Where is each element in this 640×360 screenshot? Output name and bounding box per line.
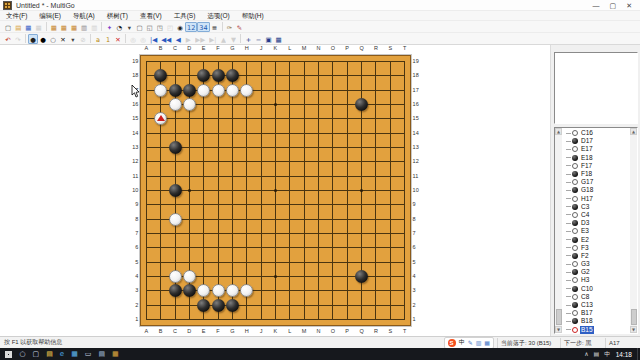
row-label: 6 bbox=[126, 244, 138, 251]
label-number-button[interactable]: 1 bbox=[103, 34, 113, 44]
tree-branch-line bbox=[566, 272, 571, 273]
star-point bbox=[274, 103, 277, 106]
grid-line bbox=[146, 305, 405, 306]
show-recent-numbers-button[interactable]: 34 bbox=[197, 22, 209, 32]
stone-black-E2[interactable] bbox=[197, 299, 210, 312]
grid-line bbox=[375, 61, 376, 320]
tree-branch-line bbox=[566, 165, 571, 166]
place-white-stone-button[interactable]: ○ bbox=[48, 34, 58, 44]
column-label: H bbox=[242, 45, 252, 52]
tray-icon[interactable]: ∧ bbox=[584, 350, 588, 359]
row-label: 4 bbox=[413, 273, 425, 280]
erase-stone-button[interactable]: ✕ bbox=[58, 34, 68, 44]
tree-branch-line bbox=[566, 190, 571, 191]
toolbar-separator bbox=[90, 34, 91, 43]
play-mode-button[interactable]: ● bbox=[28, 34, 38, 44]
tree-branch-line bbox=[566, 141, 571, 142]
column-label: D bbox=[184, 45, 194, 52]
column-label: K bbox=[270, 45, 280, 52]
scroll-up-icon[interactable]: ▲ bbox=[555, 128, 562, 135]
grid-line bbox=[146, 233, 405, 234]
tree-node-label: F17 bbox=[580, 162, 593, 170]
white-stone-icon bbox=[572, 294, 578, 300]
tree-branch-line bbox=[566, 182, 571, 183]
row-label: 5 bbox=[413, 259, 425, 266]
black-stone-icon bbox=[572, 187, 578, 193]
stone-white-C8[interactable] bbox=[169, 213, 182, 226]
tree-left-scrollbar[interactable]: ▲ ▼ bbox=[555, 128, 562, 333]
tree-node-B18[interactable]: B18 bbox=[563, 317, 631, 325]
scrollbar-thumb[interactable] bbox=[631, 309, 637, 325]
row-label: 19 bbox=[126, 58, 138, 65]
column-label: S bbox=[385, 45, 395, 52]
row-label: 17 bbox=[413, 87, 425, 94]
stone-white-F3[interactable] bbox=[212, 284, 225, 297]
taskbar-icon-task-view[interactable]: ▢ bbox=[33, 348, 40, 360]
view-bottom-half-button[interactable]: ◳ bbox=[155, 22, 165, 32]
game-info-button[interactable]: ✦ bbox=[104, 22, 114, 32]
stone-white-G17[interactable] bbox=[226, 84, 239, 97]
tree-branch-line bbox=[566, 214, 571, 215]
tree-node-label: E2 bbox=[580, 236, 590, 244]
tree-branch-line bbox=[566, 247, 571, 248]
column-label: A bbox=[141, 328, 151, 335]
board-small-button[interactable]: ▦ bbox=[49, 22, 59, 32]
stone-white-B17[interactable] bbox=[154, 84, 167, 97]
column-label: H bbox=[242, 328, 252, 335]
toolbar-standard: ▢▤▦▦▦▦▦▥▥✦◔▾▢◱◳◰◉1234≣✑✎ bbox=[0, 21, 640, 33]
back-ten-moves-button[interactable]: ◀◀ bbox=[159, 34, 173, 44]
tree-branch-line bbox=[566, 223, 571, 224]
white-stone-icon bbox=[572, 179, 578, 185]
tree-node-E18[interactable]: E18 bbox=[563, 154, 631, 162]
tree-branch-line bbox=[566, 313, 571, 314]
view-full-board-button[interactable]: ▢ bbox=[134, 22, 144, 32]
column-label: B bbox=[156, 328, 166, 335]
tree-node-label: C4 bbox=[580, 211, 590, 219]
column-label: C bbox=[170, 45, 180, 52]
tree-branch-line bbox=[566, 198, 571, 199]
status-next-player: 下一步: 黑 bbox=[560, 338, 605, 348]
ime-mode-chinese[interactable]: 中 bbox=[459, 338, 465, 347]
tree-node-B17[interactable]: B17 bbox=[563, 309, 631, 317]
column-label: F bbox=[213, 328, 223, 335]
taskbar-icon-file-explorer[interactable]: ▤ bbox=[46, 348, 53, 360]
right-panel: ▲ ▼ C16D17E17E18F17F18G17G18H17C3C4D3E3E… bbox=[550, 45, 640, 336]
row-label: 18 bbox=[413, 72, 425, 79]
go-to-end-button[interactable]: ▶| bbox=[207, 34, 218, 44]
status-cursor-coordinate: A17 bbox=[605, 338, 640, 348]
tree-branch-line bbox=[566, 149, 571, 150]
column-label: Q bbox=[357, 45, 367, 52]
stone-black-Q16[interactable] bbox=[355, 98, 368, 111]
tree-node-C16[interactable]: C16 bbox=[563, 129, 631, 137]
tray-icon[interactable]: ▤ bbox=[594, 350, 600, 359]
tree-branch-line bbox=[566, 133, 571, 134]
column-label: G bbox=[227, 328, 237, 335]
tree-node-G17[interactable]: G17 bbox=[563, 178, 631, 186]
white-stone-icon bbox=[572, 261, 578, 267]
tree-node-label: E3 bbox=[580, 227, 590, 235]
scroll-down-icon[interactable]: ▼ bbox=[555, 326, 562, 333]
stone-black-F2[interactable] bbox=[212, 299, 225, 312]
tree-node-E3[interactable]: E3 bbox=[563, 227, 631, 235]
black-stone-icon bbox=[572, 171, 578, 177]
taskbar-app-icons: ○▢▤e▦▭▤▦ bbox=[16, 348, 122, 360]
row-label: 1 bbox=[413, 316, 425, 323]
grid-line bbox=[318, 61, 319, 320]
tree-node-G18[interactable]: G18 bbox=[563, 186, 631, 194]
show-stone-marker-button[interactable]: ◉ bbox=[175, 22, 185, 32]
toolbar-separator bbox=[240, 34, 241, 43]
column-label: P bbox=[342, 45, 352, 52]
black-stone-icon bbox=[572, 220, 578, 226]
place-black-stone-button[interactable]: ● bbox=[38, 34, 48, 44]
column-label: L bbox=[285, 45, 295, 52]
column-label: S bbox=[385, 328, 395, 335]
star-point bbox=[274, 275, 277, 278]
column-label: Q bbox=[357, 328, 367, 335]
row-label: 10 bbox=[126, 187, 138, 194]
show-move-numbers-button[interactable]: 12 bbox=[185, 22, 197, 32]
tray-icon[interactable]: 中 bbox=[604, 350, 610, 359]
black-stone-icon bbox=[572, 318, 578, 324]
jump-prev-comment-button[interactable]: ◎ bbox=[128, 34, 138, 44]
tree-branch-line bbox=[566, 255, 571, 256]
go-to-start-button[interactable]: |◀ bbox=[148, 34, 159, 44]
tree-node-label: G3 bbox=[580, 260, 591, 268]
tree-node-label: D3 bbox=[580, 219, 590, 227]
grid-line bbox=[146, 219, 405, 220]
tree-node-C3[interactable]: C3 bbox=[563, 203, 631, 211]
paste-position-button[interactable]: ▥ bbox=[89, 22, 99, 32]
black-stone-icon bbox=[572, 237, 578, 243]
column-label: K bbox=[270, 328, 280, 335]
column-label: A bbox=[141, 45, 151, 52]
label-letter-button[interactable]: a bbox=[93, 34, 103, 44]
redo-button[interactable]: ↷ bbox=[13, 34, 23, 44]
number-options-button[interactable]: ≣ bbox=[210, 22, 220, 32]
column-label: O bbox=[328, 45, 338, 52]
delete-node-button[interactable]: ✕ bbox=[113, 34, 123, 44]
row-label: 17 bbox=[126, 87, 138, 94]
tree-node-D3[interactable]: D3 bbox=[563, 219, 631, 227]
menu-bar: 文件(F)编辑(E)导航(A)棋树(T)查看(V)工具(S)选项(O)帮助(H) bbox=[0, 11, 640, 21]
sogou-logo-icon[interactable]: S bbox=[448, 339, 456, 347]
move-tree-panel: ▲ ▼ C16D17E17E18F17F18G17G18H17C3C4D3E3E… bbox=[554, 127, 638, 334]
tree-node-label: E18 bbox=[580, 154, 594, 162]
menu-item[interactable]: 帮助(H) bbox=[236, 11, 270, 21]
row-label: 16 bbox=[126, 101, 138, 108]
stone-white-C16[interactable] bbox=[169, 98, 182, 111]
menu-item[interactable]: 导航(A) bbox=[67, 11, 101, 21]
ime-keyboard-icon[interactable]: ▥ bbox=[476, 339, 482, 346]
tree-node-D17[interactable]: D17 bbox=[563, 137, 631, 145]
stone-black-F18[interactable] bbox=[212, 69, 225, 82]
grid-line bbox=[332, 61, 333, 320]
column-label: R bbox=[371, 45, 381, 52]
tree-node-label: B15 bbox=[580, 326, 594, 334]
fit-board-button[interactable]: ▣ bbox=[263, 34, 273, 44]
previous-variation-button[interactable]: ▲ bbox=[218, 34, 228, 44]
menu-item[interactable]: 文件(F) bbox=[0, 11, 33, 21]
stone-white-C4[interactable] bbox=[169, 270, 182, 283]
taskbar-icon-browser[interactable]: e bbox=[60, 348, 64, 360]
next-variation-button[interactable]: ▼ bbox=[228, 34, 238, 44]
row-label: 12 bbox=[126, 158, 138, 165]
row-label: 2 bbox=[126, 302, 138, 309]
tree-node-C10[interactable]: C10 bbox=[563, 285, 631, 293]
tree-node-label: C8 bbox=[580, 293, 590, 301]
white-stone-icon bbox=[572, 163, 578, 169]
forward-one-move-button[interactable]: ▶ bbox=[183, 34, 193, 44]
tree-node-F17[interactable]: F17 bbox=[563, 162, 631, 170]
column-label: P bbox=[342, 328, 352, 335]
row-label: 18 bbox=[126, 72, 138, 79]
maximize-button[interactable]: ▢ bbox=[610, 0, 617, 11]
taskbar-icon-mail[interactable]: ▭ bbox=[85, 348, 92, 360]
white-stone-icon bbox=[572, 130, 578, 136]
board-medium-button[interactable]: ▦ bbox=[59, 22, 69, 32]
tree-right-scrollbar[interactable]: ▲ ▼ bbox=[630, 128, 637, 333]
row-label: 10 bbox=[413, 187, 425, 194]
tree-node-label: G17 bbox=[580, 178, 594, 186]
row-label: 12 bbox=[413, 158, 425, 165]
row-label: 8 bbox=[126, 216, 138, 223]
tree-node-E17[interactable]: E17 bbox=[563, 145, 631, 153]
row-label: 3 bbox=[413, 287, 425, 294]
white-stone-icon bbox=[572, 196, 578, 202]
column-label: M bbox=[299, 328, 309, 335]
system-tray: ∧▤中 bbox=[582, 350, 613, 359]
stone-black-Q4[interactable] bbox=[355, 270, 368, 283]
stone-black-C3[interactable] bbox=[169, 284, 182, 297]
tree-node-label: B17 bbox=[580, 309, 594, 317]
stone-black-G2[interactable] bbox=[226, 299, 239, 312]
pass-move-button[interactable]: ⊘ bbox=[78, 34, 88, 44]
status-help-text: 按 F1 以获取帮助信息 bbox=[0, 338, 444, 347]
go-board-pane[interactable]: AA1919BB1818CC1717DD1616EE1515FF1414GG13… bbox=[0, 45, 550, 336]
row-label: 1 bbox=[126, 316, 138, 323]
row-label: 8 bbox=[413, 216, 425, 223]
tree-node-label: C10 bbox=[580, 285, 594, 293]
row-label: 16 bbox=[413, 101, 425, 108]
annotate-pen-button[interactable]: ✎ bbox=[235, 22, 245, 32]
clock-dropdown-button[interactable]: ▾ bbox=[124, 22, 134, 32]
tree-node-C8[interactable]: C8 bbox=[563, 293, 631, 301]
column-label: N bbox=[314, 45, 324, 52]
stone-white-D4[interactable] bbox=[183, 270, 196, 283]
save-file-button[interactable]: ▦ bbox=[23, 22, 33, 32]
windows-taskbar: ○▢▤e▦▭▤▦ ∧▤中 14:18 bbox=[0, 348, 640, 360]
white-stone-icon bbox=[572, 212, 578, 218]
start-button[interactable] bbox=[0, 348, 16, 360]
row-label: 6 bbox=[413, 244, 425, 251]
column-label: L bbox=[285, 328, 295, 335]
tree-node-F3[interactable]: F3 bbox=[563, 244, 631, 252]
row-label: 13 bbox=[126, 144, 138, 151]
row-label: 7 bbox=[126, 230, 138, 237]
stone-white-D16[interactable] bbox=[183, 98, 196, 111]
new-file-button[interactable]: ▢ bbox=[3, 22, 13, 32]
stone-black-G18[interactable] bbox=[226, 69, 239, 82]
tree-node-H3[interactable]: H3 bbox=[563, 276, 631, 284]
scroll-down-icon[interactable]: ▼ bbox=[630, 326, 637, 333]
grid-line bbox=[304, 61, 305, 320]
tree-node-label: G2 bbox=[580, 268, 591, 276]
multigo-window: Untitled * - MultiGo —▢✕ 文件(F)编辑(E)导航(A)… bbox=[0, 0, 640, 360]
column-label: F bbox=[213, 45, 223, 52]
view-top-half-button[interactable]: ◱ bbox=[145, 22, 155, 32]
menu-item[interactable]: 工具(S) bbox=[168, 11, 202, 21]
close-button[interactable]: ✕ bbox=[626, 0, 632, 11]
black-stone-icon bbox=[572, 138, 578, 144]
row-label: 11 bbox=[413, 173, 425, 180]
tree-branch-line bbox=[566, 239, 571, 240]
tree-node-F2[interactable]: F2 bbox=[563, 252, 631, 260]
column-label: D bbox=[184, 328, 194, 335]
toolbar-separator bbox=[222, 22, 223, 31]
row-label: 14 bbox=[126, 130, 138, 137]
toolbar-separator bbox=[125, 34, 126, 43]
tree-node-H17[interactable]: H17 bbox=[563, 195, 631, 203]
row-label: 13 bbox=[413, 144, 425, 151]
tree-node-C13[interactable]: C13 bbox=[563, 301, 631, 309]
black-stone-icon bbox=[572, 302, 578, 308]
grid-line bbox=[404, 61, 405, 320]
taskbar-icon-search[interactable]: ○ bbox=[20, 348, 26, 360]
stone-black-C17[interactable] bbox=[169, 84, 182, 97]
stone-black-C13[interactable] bbox=[169, 141, 182, 154]
menu-item[interactable]: 编辑(E) bbox=[33, 11, 67, 21]
column-label: J bbox=[256, 328, 266, 335]
row-label: 7 bbox=[413, 230, 425, 237]
taskbar-icon-store[interactable]: ▦ bbox=[71, 348, 78, 360]
taskbar-icon-documents[interactable]: ▤ bbox=[98, 348, 105, 360]
board-large-button[interactable]: ▦ bbox=[69, 22, 79, 32]
grid-line bbox=[289, 61, 290, 320]
stone-dropdown-button[interactable]: ▾ bbox=[68, 34, 78, 44]
tree-branch-line bbox=[566, 280, 571, 281]
comment-box[interactable] bbox=[554, 52, 638, 124]
scroll-up-icon[interactable]: ▲ bbox=[630, 128, 637, 135]
grid-line bbox=[146, 319, 405, 320]
scrollbar-thumb[interactable] bbox=[556, 309, 562, 325]
menu-item[interactable]: 棋树(T) bbox=[101, 11, 134, 21]
menu-item[interactable]: 选项(O) bbox=[201, 11, 235, 21]
tree-branch-line bbox=[566, 321, 571, 322]
main-area: AA1919BB1818CC1717DD1616EE1515FF1414GG13… bbox=[0, 45, 640, 336]
ime-pen-icon[interactable]: ✎ bbox=[468, 339, 473, 346]
tree-branch-line bbox=[566, 305, 571, 306]
stone-white-H17[interactable] bbox=[240, 84, 253, 97]
window-title: Untitled * - MultiGo bbox=[16, 2, 75, 9]
minimize-button[interactable]: — bbox=[593, 0, 600, 11]
sogou-ime-bar[interactable]: S 中 ✎ ▥ ▦ bbox=[444, 337, 494, 349]
tree-node-B15[interactable]: B15 bbox=[563, 326, 631, 334]
tree-branch-line bbox=[566, 231, 571, 232]
row-label: 5 bbox=[126, 259, 138, 266]
open-file-button[interactable]: ▤ bbox=[13, 22, 23, 32]
stone-black-D17[interactable] bbox=[183, 84, 196, 97]
taskbar-icon-multigo[interactable]: ▦ bbox=[112, 348, 119, 360]
windows-logo-icon bbox=[5, 351, 12, 358]
column-label: G bbox=[227, 45, 237, 52]
window-controls: —▢✕ bbox=[593, 0, 640, 11]
tree-node-G2[interactable]: G2 bbox=[563, 268, 631, 276]
undo-button[interactable]: ↶ bbox=[3, 34, 13, 44]
tree-branch-line bbox=[566, 288, 571, 289]
taskbar-clock[interactable]: 14:18 bbox=[616, 351, 632, 358]
stone-white-F17[interactable] bbox=[212, 84, 225, 97]
view-quarter-button[interactable]: ◰ bbox=[165, 22, 175, 32]
clock-button[interactable]: ◔ bbox=[114, 22, 124, 32]
black-stone-icon bbox=[572, 286, 578, 292]
jump-next-comment-button[interactable]: ◎ bbox=[138, 34, 148, 44]
white-stone-icon bbox=[572, 310, 578, 316]
black-stone-icon bbox=[572, 269, 578, 275]
tree-node-label: H17 bbox=[580, 195, 594, 203]
toolbar-separator bbox=[46, 22, 47, 31]
tree-branch-line bbox=[566, 296, 571, 297]
ime-toolbox-icon[interactable]: ▦ bbox=[484, 339, 490, 346]
copy-position-button[interactable]: ▥ bbox=[79, 22, 89, 32]
menu-item[interactable]: 查看(V) bbox=[134, 11, 168, 21]
zoom-out-board-button[interactable]: − bbox=[253, 34, 263, 44]
tree-node-label: C13 bbox=[580, 301, 594, 309]
tree-node-C4[interactable]: C4 bbox=[563, 211, 631, 219]
row-label: 15 bbox=[413, 115, 425, 122]
tree-node-label: F3 bbox=[580, 244, 590, 252]
row-label: 15 bbox=[126, 115, 138, 122]
back-one-move-button[interactable]: ◀ bbox=[173, 34, 183, 44]
export-file-button[interactable]: ▦ bbox=[33, 22, 43, 32]
stone-white-E17[interactable] bbox=[197, 84, 210, 97]
star-point bbox=[274, 189, 277, 192]
resize-board-button[interactable]: ▦ bbox=[274, 34, 284, 44]
column-label: E bbox=[199, 45, 209, 52]
title-bar: Untitled * - MultiGo —▢✕ bbox=[0, 0, 640, 11]
tree-node-label: C16 bbox=[580, 129, 594, 137]
grid-line bbox=[146, 262, 405, 263]
tree-node-F18[interactable]: F18 bbox=[563, 170, 631, 178]
black-stone-icon bbox=[572, 253, 578, 259]
tree-node-G3[interactable]: G3 bbox=[563, 260, 631, 268]
column-label: O bbox=[328, 328, 338, 335]
tree-branch-line bbox=[566, 157, 571, 158]
white-stone-icon bbox=[572, 146, 578, 152]
stone-black-C10[interactable] bbox=[169, 184, 182, 197]
move-list: C16D17E17E18F17F18G17G18H17C3C4D3E3E2F3F… bbox=[563, 129, 631, 334]
tree-node-E2[interactable]: E2 bbox=[563, 235, 631, 243]
white-stone-icon bbox=[572, 277, 578, 283]
column-label: T bbox=[400, 328, 410, 335]
forward-ten-moves-button[interactable]: ▶▶ bbox=[193, 34, 207, 44]
grid-line bbox=[390, 61, 391, 320]
column-label: C bbox=[170, 328, 180, 335]
grid-line bbox=[347, 61, 348, 320]
column-label: B bbox=[156, 45, 166, 52]
grid-line bbox=[146, 247, 405, 248]
toolbar-edit-navigate: ↶↷●●○✕▾⊘a1✕◎◎|◀◀◀◀▶▶▶▶|▲▼+−▣▦ bbox=[0, 33, 640, 45]
edit-game-info-button[interactable]: ✑ bbox=[225, 22, 235, 32]
tree-node-label: C3 bbox=[580, 203, 590, 211]
last-move-marker bbox=[157, 115, 165, 121]
column-label: E bbox=[199, 328, 209, 335]
zoom-in-board-button[interactable]: + bbox=[243, 34, 253, 44]
star-point bbox=[188, 189, 191, 192]
grid-line bbox=[146, 204, 405, 205]
